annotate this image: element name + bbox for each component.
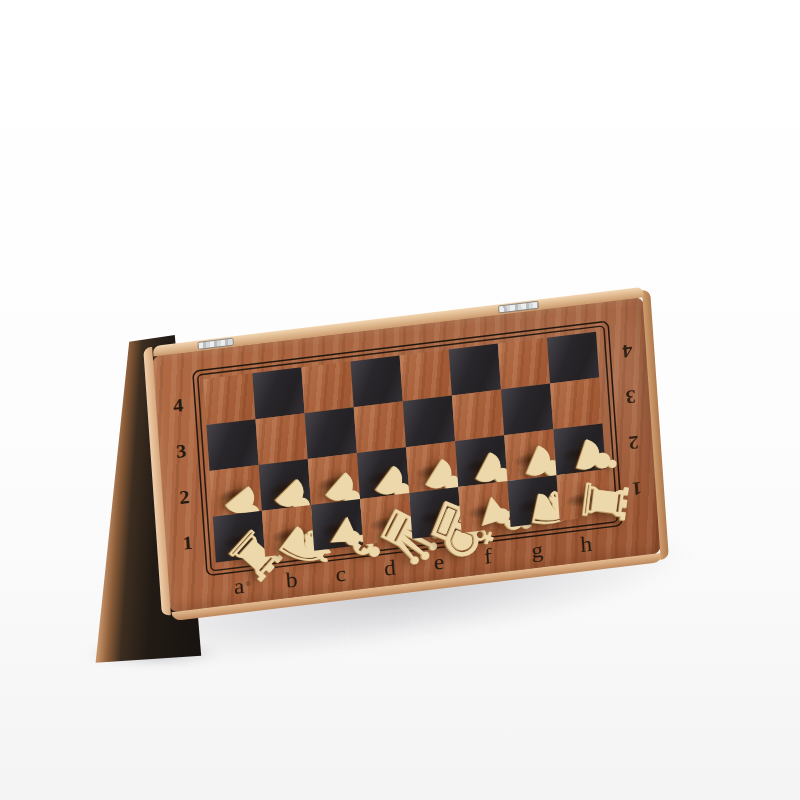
registered-mark: ® — [245, 579, 251, 587]
board-square — [403, 395, 455, 447]
board-square — [252, 367, 304, 419]
rank-label-rotated: 4 — [609, 326, 645, 376]
board-square: ♟ — [308, 453, 360, 505]
board-square — [354, 401, 406, 453]
file-label: b — [266, 562, 317, 599]
board-square: ♚ — [409, 487, 461, 539]
board-square: ♛ — [360, 493, 412, 545]
board-square: ♟ — [553, 423, 605, 475]
board-square: ♟ — [357, 447, 409, 499]
board-square — [203, 373, 255, 425]
board-square — [501, 383, 553, 435]
file-letter: c — [335, 561, 347, 587]
board-square — [550, 378, 602, 430]
file-label: a® — [217, 568, 268, 605]
board-square: ♜ — [556, 469, 608, 521]
board-square — [255, 413, 307, 465]
rank-label: 1 — [170, 518, 206, 568]
board-square: ♟ — [504, 429, 556, 481]
board-square — [400, 350, 452, 402]
metal-hinge-left — [198, 338, 234, 350]
file-letter: g — [530, 537, 543, 563]
rank-label: 2 — [166, 472, 202, 522]
board-square: ♟ — [210, 465, 262, 517]
file-label: h — [560, 526, 611, 563]
product-photo: ♟♟♟♟♟♟♟♟♜♞♝♛♚♝♞♜ 4321 4321 a®bcdefgh — [0, 0, 800, 800]
board-square — [350, 355, 402, 407]
board-square — [206, 419, 258, 471]
file-label: c — [315, 556, 366, 593]
board-square — [498, 338, 550, 390]
file-label: g — [511, 532, 562, 569]
file-letter: d — [383, 555, 396, 581]
rank-label-rotated: 2 — [616, 418, 652, 468]
file-letter: h — [579, 531, 592, 557]
board-square — [301, 361, 353, 413]
board-square — [452, 389, 504, 441]
board-square: ♜ — [213, 511, 265, 563]
board-square: ♝ — [458, 481, 510, 533]
board-square — [305, 407, 357, 459]
file-letter: e — [433, 549, 445, 575]
board-square: ♝ — [311, 499, 363, 551]
board-square: ♞ — [507, 475, 559, 527]
file-letter: a — [233, 573, 245, 599]
rank-label-rotated: 1 — [619, 464, 655, 514]
rank-label-rotated: 3 — [613, 372, 649, 422]
board-square — [449, 344, 501, 396]
board-square: ♟ — [259, 459, 311, 511]
file-label: e — [413, 544, 464, 581]
board-square — [547, 332, 599, 384]
file-label: d — [364, 550, 415, 587]
file-letter: f — [483, 543, 492, 569]
rank-label: 4 — [160, 380, 196, 430]
chess-board-face: ♟♟♟♟♟♟♟♟♜♞♝♛♚♝♞♜ 4321 4321 a®bcdefgh — [152, 297, 661, 613]
file-letter: b — [285, 567, 298, 593]
rank-label: 3 — [163, 426, 199, 476]
metal-hinge-right — [498, 301, 539, 314]
file-label: f — [462, 538, 513, 575]
board-square: ♞ — [262, 505, 314, 557]
